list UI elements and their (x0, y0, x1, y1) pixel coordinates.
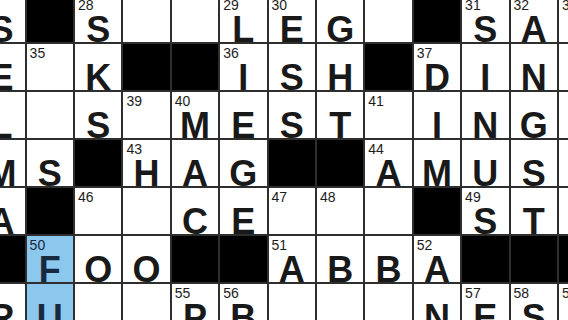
cell-r6-c12[interactable]: 59 (558, 283, 568, 320)
cell-r2-c2[interactable]: S (74, 91, 122, 139)
cell-r1-c0[interactable]: E (0, 43, 26, 91)
cell-r6-c6[interactable] (268, 283, 316, 320)
cell-r5-c11 (510, 235, 558, 283)
cell-r3-c1[interactable]: S (26, 139, 74, 187)
cell-r5-c7[interactable]: B (316, 235, 364, 283)
cell-r4-c6[interactable]: 47 (268, 187, 316, 235)
cell-r0-c2[interactable]: 28S (74, 0, 122, 43)
cell-r5-c9[interactable]: 52A (413, 235, 461, 283)
cell-r4-c1 (26, 187, 74, 235)
cell-r1-c11[interactable]: N (510, 43, 558, 91)
clue-number: 47 (272, 190, 288, 204)
cell-r4-c3[interactable] (122, 187, 170, 235)
cell-r1-c6[interactable]: S (268, 43, 316, 91)
cell-r3-c11[interactable]: S (510, 139, 558, 187)
cell-r6-c10[interactable]: 57E (461, 283, 509, 320)
cell-r6-c0[interactable]: R (0, 283, 26, 320)
cell-r2-c10[interactable]: N (461, 91, 509, 139)
cell-r6-c2[interactable] (74, 283, 122, 320)
cell-r3-c4[interactable]: A (171, 139, 219, 187)
cell-r2-c0[interactable]: L (0, 91, 26, 139)
cell-r1-c7[interactable]: H (316, 43, 364, 91)
cell-r5-c5 (219, 235, 267, 283)
cell-r0-c9 (413, 0, 461, 43)
cell-letter: U (27, 300, 73, 320)
cell-r4-c9 (413, 187, 461, 235)
clue-number: 41 (368, 94, 384, 108)
cell-r4-c5[interactable]: E (219, 187, 267, 235)
cell-r5-c8[interactable]: B (364, 235, 412, 283)
cell-r6-c1[interactable]: U (26, 283, 74, 320)
clue-number: 46 (78, 190, 94, 204)
cell-r3-c6 (268, 139, 316, 187)
cell-r5-c12 (558, 235, 568, 283)
clue-number: 39 (126, 94, 142, 108)
cell-r2-c9[interactable]: I (413, 91, 461, 139)
cell-r4-c11[interactable]: T (510, 187, 558, 235)
cell-letter: R (0, 300, 25, 320)
cell-r2-c7[interactable]: T (316, 91, 364, 139)
cell-r6-c9[interactable]: N (413, 283, 461, 320)
cell-r2-c5[interactable]: E (219, 91, 267, 139)
cell-letter: N (414, 300, 460, 320)
cell-r3-c2 (74, 139, 122, 187)
cell-r0-c8[interactable] (364, 0, 412, 43)
cell-r4-c7[interactable]: 48 (316, 187, 364, 235)
cell-r3-c9[interactable]: M (413, 139, 461, 187)
cell-r6-c7[interactable] (316, 283, 364, 320)
cell-letter: S (511, 300, 557, 320)
cell-letter: B (220, 300, 266, 320)
cell-r1-c4 (171, 43, 219, 91)
cell-r5-c1[interactable]: 50F (26, 235, 74, 283)
clue-number: 48 (320, 190, 336, 204)
cell-r6-c5[interactable]: 56B (219, 283, 267, 320)
cell-r4-c0[interactable]: A (0, 187, 26, 235)
cell-r1-c8 (364, 43, 412, 91)
cell-r5-c4 (171, 235, 219, 283)
cell-r0-c11[interactable]: 32A (510, 0, 558, 43)
cell-r0-c6[interactable]: 30E (268, 0, 316, 43)
cell-r1-c5[interactable]: 36I (219, 43, 267, 91)
cell-r4-c2[interactable]: 46 (74, 187, 122, 235)
clue-number: 35 (30, 46, 46, 60)
clue-number: 59 (562, 286, 568, 300)
cell-r5-c2[interactable]: O (74, 235, 122, 283)
cell-r3-c12[interactable] (558, 139, 568, 187)
cell-r5-c10 (461, 235, 509, 283)
cell-r6-c11[interactable]: 58S (510, 283, 558, 320)
cell-letter: E (462, 300, 508, 320)
cell-r2-c8[interactable]: 41 (364, 91, 412, 139)
cell-r3-c8[interactable]: 44A (364, 139, 412, 187)
crossword-board: S28S29L30EG31S32A33E35K36ISH37DINLS3940M… (0, 0, 568, 320)
cell-r0-c7[interactable]: G (316, 0, 364, 43)
crossword-grid: S28S29L30EG31S32A33E35K36ISH37DINLS3940M… (0, 0, 568, 320)
cell-letter: P (172, 300, 218, 320)
clue-number: 36 (223, 46, 239, 60)
cell-r4-c4[interactable]: C (171, 187, 219, 235)
cell-r1-c3 (122, 43, 170, 91)
cell-r4-c12[interactable] (558, 187, 568, 235)
cell-r3-c10[interactable]: U (461, 139, 509, 187)
cell-r3-c0[interactable]: M (0, 139, 26, 187)
cell-r0-c12[interactable]: 33 (558, 0, 568, 43)
cell-r4-c8[interactable] (364, 187, 412, 235)
cell-r2-c4[interactable]: 40M (171, 91, 219, 139)
cell-r0-c10[interactable]: 31S (461, 0, 509, 43)
cell-r3-c3[interactable]: 43H (122, 139, 170, 187)
cell-r2-c11[interactable]: G (510, 91, 558, 139)
cell-r0-c0[interactable]: S (0, 0, 26, 43)
cell-r6-c4[interactable]: 55P (171, 283, 219, 320)
cell-r2-c6[interactable]: S (268, 91, 316, 139)
cell-r0-c5[interactable]: 29L (219, 0, 267, 43)
cell-r0-c1 (26, 0, 74, 43)
cell-r3-c5[interactable]: G (219, 139, 267, 187)
cell-r1-c2[interactable]: K (74, 43, 122, 91)
cell-r1-c9[interactable]: 37D (413, 43, 461, 91)
cell-r5-c0 (0, 235, 26, 283)
cell-r1-c10[interactable]: I (461, 43, 509, 91)
cell-r2-c1[interactable] (26, 91, 74, 139)
cell-r4-c10[interactable]: 49S (461, 187, 509, 235)
cell-r5-c3[interactable]: O (122, 235, 170, 283)
cell-r6-c8[interactable] (364, 283, 412, 320)
clue-number: 33 (562, 0, 568, 12)
cell-r2-c12[interactable] (558, 91, 568, 139)
cell-r5-c6[interactable]: 51A (268, 235, 316, 283)
cell-r6-c3[interactable] (122, 283, 170, 320)
cell-r0-c4[interactable] (171, 0, 219, 43)
cell-r0-c3[interactable] (122, 0, 170, 43)
cell-r1-c1[interactable]: 35 (26, 43, 74, 91)
cell-r2-c3[interactable]: 39 (122, 91, 170, 139)
cell-r3-c7 (316, 139, 364, 187)
cell-r1-c12[interactable] (558, 43, 568, 91)
